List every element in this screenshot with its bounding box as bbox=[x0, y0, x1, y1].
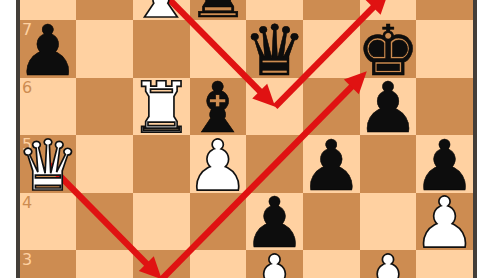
square-b5[interactable] bbox=[76, 135, 133, 193]
square-d3[interactable] bbox=[190, 250, 247, 278]
square-h7[interactable] bbox=[416, 20, 473, 78]
piece-black-pawn-a7[interactable]: ♟ bbox=[20, 22, 77, 80]
piece-black-pawn-f5[interactable]: ♟ bbox=[303, 137, 360, 195]
piece-white-pawn-d5[interactable]: ♟ bbox=[190, 137, 247, 195]
piece-white-pawn-g3[interactable]: ♟ bbox=[360, 252, 417, 278]
piece-white-rook-c6[interactable]: ♜ bbox=[133, 80, 190, 138]
square-c3[interactable] bbox=[133, 250, 190, 278]
piece-black-rook-d8[interactable]: ♜ bbox=[190, 0, 247, 22]
piece-white-bishop-c8[interactable]: ♝ bbox=[133, 0, 190, 22]
chess-board: 87654321♝♜♟♛♚♜♝♟♛♟♟♟♟♟♟♟ bbox=[16, 0, 478, 278]
square-f8[interactable] bbox=[303, 0, 360, 20]
square-b6[interactable] bbox=[76, 78, 133, 136]
square-h8[interactable] bbox=[416, 0, 473, 20]
chess-diagram: 87654321♝♜♟♛♚♜♝♟♛♟♟♟♟♟♟♟ bbox=[0, 0, 494, 278]
square-f3[interactable] bbox=[303, 250, 360, 278]
piece-white-pawn-e3[interactable]: ♟ bbox=[246, 252, 303, 278]
rank-label-3: 3 bbox=[22, 252, 32, 268]
piece-black-queen-e7[interactable]: ♛ bbox=[246, 22, 303, 80]
square-b4[interactable] bbox=[76, 193, 133, 251]
square-b3[interactable] bbox=[76, 250, 133, 278]
piece-white-pawn-h4[interactable]: ♟ bbox=[416, 195, 473, 253]
square-c4[interactable] bbox=[133, 193, 190, 251]
square-b8[interactable] bbox=[76, 0, 133, 20]
piece-white-queen-a5[interactable]: ♛ bbox=[20, 137, 77, 195]
square-b7[interactable] bbox=[76, 20, 133, 78]
piece-black-pawn-g6[interactable]: ♟ bbox=[360, 80, 417, 138]
square-f7[interactable] bbox=[303, 20, 360, 78]
